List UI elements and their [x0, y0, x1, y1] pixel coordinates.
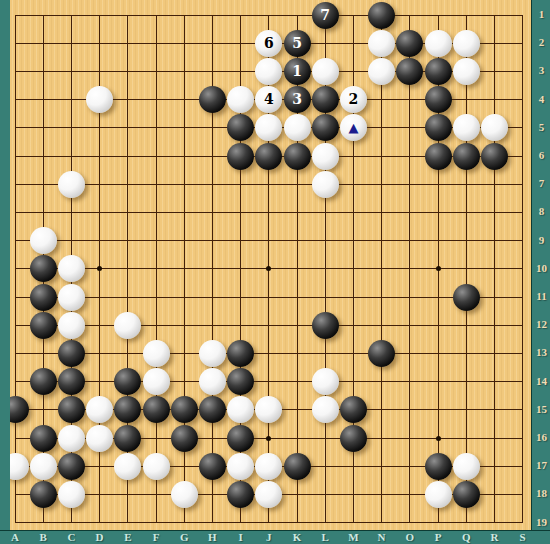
stone-C7: [58, 171, 85, 198]
row-label-16: 16: [532, 431, 550, 443]
stone-J3: [255, 58, 282, 85]
stone-C14: [58, 368, 85, 395]
stone-H13: [199, 340, 226, 367]
column-label-C: C: [60, 531, 82, 543]
stone-E16: [114, 425, 141, 452]
column-label-H: H: [201, 531, 223, 543]
stone-E12: [114, 312, 141, 339]
stone-H15: [199, 396, 226, 423]
stone-B12: [30, 312, 57, 339]
stone-Q18: [453, 481, 480, 508]
stone-D4: [86, 86, 113, 113]
stone-N1: [368, 2, 395, 29]
column-label-O: O: [399, 531, 421, 543]
stone-G15: [171, 396, 198, 423]
stone-C11: [58, 284, 85, 311]
row-label-9: 9: [532, 234, 550, 246]
stone-I17: [227, 453, 254, 480]
stone-P17: [425, 453, 452, 480]
stone-H4: [199, 86, 226, 113]
stone-K17: [284, 453, 311, 480]
stone-Q11: [453, 284, 480, 311]
stone-L5: [312, 114, 339, 141]
stone-M5: [340, 114, 367, 141]
row-label-15: 15: [532, 403, 550, 415]
stone-E17: [114, 453, 141, 480]
hoshi-point: [266, 436, 271, 441]
row-label-14: 14: [532, 375, 550, 387]
stone-B11: [30, 284, 57, 311]
stone-O3: [396, 58, 423, 85]
stone-K6: [284, 143, 311, 170]
row-label-12: 12: [532, 318, 550, 330]
stone-C10: [58, 255, 85, 282]
stone-M16: [340, 425, 367, 452]
row-label-18: 18: [532, 487, 550, 499]
stone-P6: [425, 143, 452, 170]
column-label-D: D: [89, 531, 111, 543]
stone-L14: [312, 368, 339, 395]
go-board[interactable]: 1234567▲: [0, 0, 532, 530]
stone-Q3: [453, 58, 480, 85]
column-coordinate-strip: ABCDEFGHIJKLMNOPQRS: [0, 530, 550, 544]
stone-B16: [30, 425, 57, 452]
stone-L15: [312, 396, 339, 423]
row-label-8: 8: [532, 205, 550, 217]
row-label-19: 19: [532, 516, 550, 528]
column-label-P: P: [427, 531, 449, 543]
stone-D16: [86, 425, 113, 452]
stone-R5: [481, 114, 508, 141]
stone-R6: [481, 143, 508, 170]
column-label-B: B: [32, 531, 54, 543]
hoshi-point: [436, 436, 441, 441]
row-label-5: 5: [532, 121, 550, 133]
column-label-A: A: [4, 531, 26, 543]
stone-B14: [30, 368, 57, 395]
row-label-7: 7: [532, 177, 550, 189]
left-edge-strip: [0, 0, 10, 530]
stone-I14: [227, 368, 254, 395]
row-label-17: 17: [532, 459, 550, 471]
stone-J18: [255, 481, 282, 508]
stone-B9: [30, 227, 57, 254]
column-label-N: N: [371, 531, 393, 543]
row-coordinate-strip: 12345678910111213141516171819: [531, 0, 550, 544]
stone-K2: [284, 30, 311, 57]
stone-I6: [227, 143, 254, 170]
stone-K5: [284, 114, 311, 141]
stone-Q17: [453, 453, 480, 480]
stone-C15: [58, 396, 85, 423]
row-label-2: 2: [532, 36, 550, 48]
stone-P18: [425, 481, 452, 508]
stone-L3: [312, 58, 339, 85]
column-label-J: J: [258, 531, 280, 543]
stone-M4: [340, 86, 367, 113]
stone-B17: [30, 453, 57, 480]
stone-L1: [312, 2, 339, 29]
stone-K3: [284, 58, 311, 85]
stone-L12: [312, 312, 339, 339]
stone-N2: [368, 30, 395, 57]
stone-B10: [30, 255, 57, 282]
row-label-3: 3: [532, 64, 550, 76]
row-label-4: 4: [532, 93, 550, 105]
stone-G18: [171, 481, 198, 508]
stone-H17: [199, 453, 226, 480]
stone-Q2: [453, 30, 480, 57]
stone-P4: [425, 86, 452, 113]
column-label-K: K: [286, 531, 308, 543]
hoshi-point: [436, 266, 441, 271]
stone-I18: [227, 481, 254, 508]
stone-F17: [143, 453, 170, 480]
column-label-G: G: [173, 531, 195, 543]
stone-K4: [284, 86, 311, 113]
stone-F14: [143, 368, 170, 395]
stone-C17: [58, 453, 85, 480]
stone-N13: [368, 340, 395, 367]
stone-F13: [143, 340, 170, 367]
column-label-E: E: [117, 531, 139, 543]
row-label-6: 6: [532, 149, 550, 161]
stone-I13: [227, 340, 254, 367]
stone-B18: [30, 481, 57, 508]
stone-L4: [312, 86, 339, 113]
column-label-R: R: [483, 531, 505, 543]
column-label-S: S: [512, 531, 534, 543]
stone-P3: [425, 58, 452, 85]
column-label-F: F: [145, 531, 167, 543]
stone-Q5: [453, 114, 480, 141]
stone-P5: [425, 114, 452, 141]
stone-N3: [368, 58, 395, 85]
stone-I4: [227, 86, 254, 113]
column-label-M: M: [342, 531, 364, 543]
row-label-1: 1: [532, 8, 550, 20]
stone-L6: [312, 143, 339, 170]
stone-J6: [255, 143, 282, 170]
column-label-Q: Q: [455, 531, 477, 543]
go-app-window: 1234567▲ 12345678910111213141516171819 A…: [0, 0, 550, 544]
stone-Q6: [453, 143, 480, 170]
stone-C18: [58, 481, 85, 508]
stone-I16: [227, 425, 254, 452]
stone-F15: [143, 396, 170, 423]
row-label-11: 11: [532, 290, 550, 302]
row-label-10: 10: [532, 262, 550, 274]
stone-C13: [58, 340, 85, 367]
stone-C16: [58, 425, 85, 452]
stone-M15: [340, 396, 367, 423]
row-label-13: 13: [532, 346, 550, 358]
column-label-I: I: [230, 531, 252, 543]
stone-J17: [255, 453, 282, 480]
column-label-L: L: [314, 531, 336, 543]
stone-H14: [199, 368, 226, 395]
stone-G16: [171, 425, 198, 452]
stone-L7: [312, 171, 339, 198]
stone-O2: [396, 30, 423, 57]
stone-C12: [58, 312, 85, 339]
stone-J2: [255, 30, 282, 57]
stone-P2: [425, 30, 452, 57]
